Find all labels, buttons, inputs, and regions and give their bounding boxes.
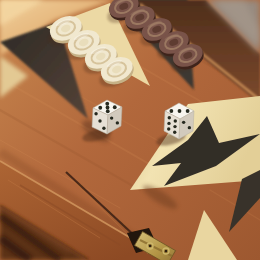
backgammon-photo — [0, 0, 260, 260]
die-pip — [98, 119, 101, 122]
die-pip — [169, 109, 173, 113]
die-pip — [174, 119, 177, 122]
die-pip — [168, 116, 171, 119]
die-pip — [98, 106, 102, 110]
die-pip — [94, 112, 97, 115]
die-pip — [102, 127, 105, 130]
scene — [0, 0, 260, 260]
die-pip — [167, 127, 170, 130]
die-pip — [106, 109, 110, 113]
die-pip — [105, 102, 109, 106]
die-pip — [173, 125, 176, 128]
die-pip — [182, 121, 185, 124]
die-pip — [106, 106, 110, 110]
die-pip — [110, 116, 113, 119]
die-pip — [186, 109, 190, 113]
die-pip — [113, 105, 117, 109]
die-pip — [173, 131, 176, 134]
die-pip — [167, 122, 170, 125]
die-pip — [178, 109, 182, 113]
die-pip — [116, 121, 119, 124]
die-pip — [188, 126, 191, 129]
